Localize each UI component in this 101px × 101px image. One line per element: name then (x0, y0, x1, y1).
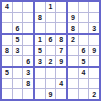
cell-r2c7: 9 (68, 13, 78, 23)
cell-r5c7[interactable] (68, 46, 78, 56)
cell-r4c1[interactable] (2, 35, 12, 45)
cell-r1c9[interactable] (89, 2, 99, 12)
cell-r9c1[interactable] (2, 89, 12, 99)
cell-r7c8: 4 (79, 68, 89, 78)
cell-r6c4: 3 (35, 56, 45, 66)
cell-r2c6[interactable] (56, 13, 66, 23)
cell-r5c2: 3 (13, 46, 23, 56)
cell-r3c2: 6 (13, 23, 23, 33)
cell-r5c4: 5 (35, 46, 45, 56)
cell-r9c4[interactable] (35, 89, 45, 99)
cell-r4c9[interactable] (89, 35, 99, 45)
cell-r2c2[interactable] (13, 13, 23, 23)
cell-r1c8[interactable] (79, 2, 89, 12)
cell-r8c9[interactable] (89, 79, 99, 89)
cell-r4c6: 8 (56, 35, 66, 45)
cell-r7c5[interactable] (46, 68, 56, 78)
cell-r4c8[interactable] (79, 35, 89, 45)
cell-r2c5[interactable] (46, 13, 56, 23)
cell-r3c3[interactable] (23, 23, 33, 33)
cell-r1c3[interactable] (23, 2, 33, 12)
cell-r2c4: 8 (35, 13, 45, 23)
cell-r3c1[interactable] (2, 23, 12, 33)
cell-r6c7[interactable] (68, 56, 78, 66)
cell-r1c6[interactable] (56, 2, 66, 12)
cell-r6c2[interactable] (13, 56, 23, 66)
block-r1c2: 18 (35, 2, 66, 33)
cell-r2c8[interactable] (79, 13, 89, 23)
cell-r9c6[interactable] (56, 89, 66, 99)
cell-r3c9: 3 (89, 23, 99, 33)
cell-r8c8[interactable] (79, 79, 89, 89)
cell-r8c6: 4 (56, 79, 66, 89)
cell-r7c7[interactable] (68, 68, 78, 78)
block-r3c2: 49 (35, 68, 66, 99)
cell-r4c4: 1 (35, 35, 45, 45)
cell-r5c3[interactable] (23, 46, 33, 56)
cell-r8c4[interactable] (35, 79, 45, 89)
cell-r2c3[interactable] (23, 13, 33, 23)
cell-r8c7[interactable] (68, 79, 78, 89)
block-r2c1: 5836 (2, 35, 33, 66)
cell-r5c6: 7 (56, 46, 66, 56)
cell-r4c7: 2 (68, 35, 78, 45)
cell-r7c9[interactable] (89, 68, 99, 78)
cell-r7c4[interactable] (35, 68, 45, 78)
cell-r7c1: 5 (2, 68, 12, 78)
cell-r1c4[interactable] (35, 2, 45, 12)
cell-r6c3: 6 (23, 56, 33, 66)
cell-r3c8[interactable] (79, 23, 89, 33)
cell-r6c1[interactable] (2, 56, 12, 66)
sudoku-board: 461898358361685732926955384942 (0, 0, 101, 101)
cell-r9c8[interactable] (79, 89, 89, 99)
cell-r1c5: 1 (46, 2, 56, 12)
cell-r1c7[interactable] (68, 2, 78, 12)
cell-r4c5: 6 (46, 35, 56, 45)
cell-r8c3: 8 (23, 79, 33, 89)
block-r1c1: 46 (2, 2, 33, 33)
block-r1c3: 983 (68, 2, 99, 33)
cell-r2c9[interactable] (89, 13, 99, 23)
cell-r1c1: 4 (2, 2, 12, 12)
cell-r6c6: 9 (56, 56, 66, 66)
cell-r5c1: 8 (2, 46, 12, 56)
cell-r9c3[interactable] (23, 89, 33, 99)
cell-r8c2[interactable] (13, 79, 23, 89)
cell-r9c9: 2 (89, 89, 99, 99)
block-r3c3: 42 (68, 68, 99, 99)
cell-r9c5: 9 (46, 89, 56, 99)
cell-r7c2[interactable] (13, 68, 23, 78)
cell-r8c5[interactable] (46, 79, 56, 89)
cell-r1c2[interactable] (13, 2, 23, 12)
cell-r7c6[interactable] (56, 68, 66, 78)
cell-r6c5: 2 (46, 56, 56, 66)
cell-r5c5[interactable] (46, 46, 56, 56)
cell-r7c3: 3 (23, 68, 33, 78)
block-r2c3: 2695 (68, 35, 99, 66)
cell-r5c9: 9 (89, 46, 99, 56)
block-r2c2: 16857329 (35, 35, 66, 66)
cell-r3c6[interactable] (56, 23, 66, 33)
cell-r4c2: 5 (13, 35, 23, 45)
cell-r3c5[interactable] (46, 23, 56, 33)
cell-r4c3[interactable] (23, 35, 33, 45)
cell-r3c7: 8 (68, 23, 78, 33)
cell-r9c7[interactable] (68, 89, 78, 99)
cell-r6c8: 5 (79, 56, 89, 66)
cell-r3c4[interactable] (35, 23, 45, 33)
cell-r6c9[interactable] (89, 56, 99, 66)
cell-r8c1[interactable] (2, 79, 12, 89)
cell-r9c2[interactable] (13, 89, 23, 99)
block-r3c1: 538 (2, 68, 33, 99)
cell-r2c1[interactable] (2, 13, 12, 23)
cell-r5c8: 6 (79, 46, 89, 56)
